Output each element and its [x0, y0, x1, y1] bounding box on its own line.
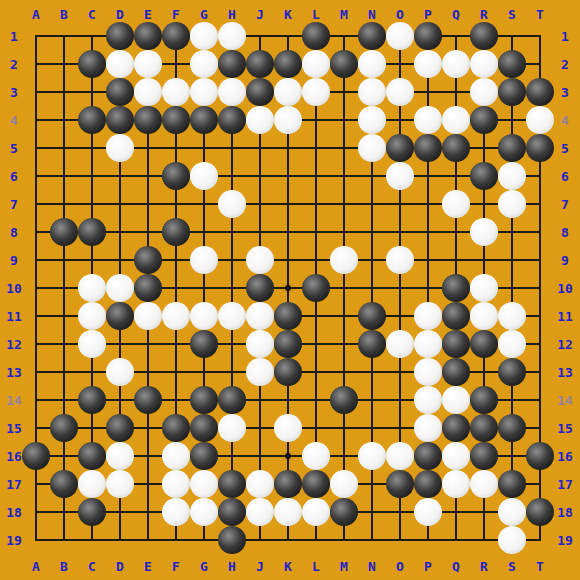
- star-point: [285, 285, 291, 291]
- white-stone: [386, 78, 414, 106]
- black-stone: [218, 498, 246, 526]
- black-stone: [106, 106, 134, 134]
- column-label-top: H: [228, 8, 236, 21]
- black-stone: [442, 302, 470, 330]
- white-stone: [414, 106, 442, 134]
- black-stone: [50, 470, 78, 498]
- white-stone: [190, 22, 218, 50]
- white-stone: [106, 134, 134, 162]
- white-stone: [78, 274, 106, 302]
- row-label-right: 9: [561, 254, 569, 267]
- black-stone: [246, 274, 274, 302]
- row-label-right: 1: [561, 30, 569, 43]
- black-stone: [106, 22, 134, 50]
- white-stone: [358, 78, 386, 106]
- white-stone: [470, 78, 498, 106]
- column-label-bottom: C: [88, 560, 96, 573]
- column-label-bottom: E: [144, 560, 152, 573]
- white-stone: [190, 470, 218, 498]
- white-stone: [442, 470, 470, 498]
- grid-line-vertical: [343, 35, 345, 541]
- go-board[interactable]: AABBCCDDEEFFGGHHJJKKLLMMNNOOPPQQRRSSTT11…: [0, 0, 580, 580]
- black-stone: [78, 386, 106, 414]
- black-stone: [358, 22, 386, 50]
- black-stone: [134, 106, 162, 134]
- row-label-right: 7: [561, 198, 569, 211]
- row-label-right: 5: [561, 142, 569, 155]
- white-stone: [78, 302, 106, 330]
- column-label-top: O: [396, 8, 404, 21]
- white-stone: [190, 78, 218, 106]
- white-stone: [526, 106, 554, 134]
- white-stone: [246, 498, 274, 526]
- black-stone: [218, 106, 246, 134]
- black-stone: [190, 330, 218, 358]
- black-stone: [498, 78, 526, 106]
- white-stone: [246, 330, 274, 358]
- column-label-bottom: M: [340, 560, 348, 573]
- black-stone: [78, 218, 106, 246]
- white-stone: [470, 218, 498, 246]
- black-stone: [526, 134, 554, 162]
- white-stone: [414, 386, 442, 414]
- white-stone: [246, 358, 274, 386]
- black-stone: [442, 330, 470, 358]
- row-label-left: 12: [6, 338, 22, 351]
- white-stone: [442, 106, 470, 134]
- white-stone: [106, 442, 134, 470]
- white-stone: [106, 470, 134, 498]
- black-stone: [50, 218, 78, 246]
- white-stone: [470, 50, 498, 78]
- white-stone: [246, 106, 274, 134]
- white-stone: [274, 78, 302, 106]
- row-label-right: 14: [557, 394, 573, 407]
- black-stone: [218, 50, 246, 78]
- black-stone: [274, 470, 302, 498]
- white-stone: [358, 106, 386, 134]
- white-stone: [358, 442, 386, 470]
- black-stone: [498, 134, 526, 162]
- column-label-bottom: P: [424, 560, 432, 573]
- row-label-right: 17: [557, 478, 573, 491]
- black-stone: [78, 498, 106, 526]
- column-label-bottom: G: [200, 560, 208, 573]
- white-stone: [134, 78, 162, 106]
- white-stone: [190, 498, 218, 526]
- white-stone: [134, 50, 162, 78]
- row-label-left: 4: [10, 114, 18, 127]
- grid-line-vertical: [511, 35, 513, 541]
- white-stone: [386, 246, 414, 274]
- white-stone: [274, 498, 302, 526]
- column-label-top: M: [340, 8, 348, 21]
- black-stone: [526, 498, 554, 526]
- white-stone: [106, 50, 134, 78]
- white-stone: [162, 470, 190, 498]
- white-stone: [498, 498, 526, 526]
- row-label-right: 19: [557, 534, 573, 547]
- column-label-top: P: [424, 8, 432, 21]
- white-stone: [386, 162, 414, 190]
- black-stone: [162, 106, 190, 134]
- column-label-top: L: [312, 8, 320, 21]
- row-label-left: 18: [6, 506, 22, 519]
- black-stone: [106, 78, 134, 106]
- white-stone: [498, 330, 526, 358]
- column-label-bottom: J: [256, 560, 264, 573]
- white-stone: [190, 50, 218, 78]
- white-stone: [330, 246, 358, 274]
- row-label-right: 16: [557, 450, 573, 463]
- black-stone: [134, 246, 162, 274]
- white-stone: [386, 22, 414, 50]
- white-stone: [218, 414, 246, 442]
- black-stone: [414, 470, 442, 498]
- row-label-left: 6: [10, 170, 18, 183]
- white-stone: [470, 274, 498, 302]
- black-stone: [442, 134, 470, 162]
- black-stone: [386, 134, 414, 162]
- column-label-top: N: [368, 8, 376, 21]
- black-stone: [218, 470, 246, 498]
- black-stone: [442, 358, 470, 386]
- column-label-top: E: [144, 8, 152, 21]
- white-stone: [246, 302, 274, 330]
- white-stone: [162, 442, 190, 470]
- white-stone: [302, 498, 330, 526]
- black-stone: [442, 274, 470, 302]
- column-label-bottom: D: [116, 560, 124, 573]
- white-stone: [218, 22, 246, 50]
- white-stone: [414, 330, 442, 358]
- column-label-bottom: Q: [452, 560, 460, 573]
- column-label-top: G: [200, 8, 208, 21]
- row-label-left: 1: [10, 30, 18, 43]
- grid-line-horizontal: [35, 539, 541, 541]
- white-stone: [358, 50, 386, 78]
- white-stone: [414, 414, 442, 442]
- black-stone: [302, 274, 330, 302]
- black-stone: [134, 22, 162, 50]
- row-label-left: 3: [10, 86, 18, 99]
- column-label-bottom: R: [480, 560, 488, 573]
- black-stone: [246, 78, 274, 106]
- black-stone: [162, 162, 190, 190]
- white-stone: [134, 302, 162, 330]
- black-stone: [162, 22, 190, 50]
- column-label-top: S: [508, 8, 516, 21]
- black-stone: [358, 330, 386, 358]
- black-stone: [442, 414, 470, 442]
- row-label-left: 11: [6, 310, 22, 323]
- white-stone: [302, 78, 330, 106]
- row-label-left: 2: [10, 58, 18, 71]
- white-stone: [386, 330, 414, 358]
- black-stone: [358, 302, 386, 330]
- column-label-bottom: A: [32, 560, 40, 573]
- row-label-right: 8: [561, 226, 569, 239]
- row-label-left: 5: [10, 142, 18, 155]
- white-stone: [274, 106, 302, 134]
- white-stone: [274, 414, 302, 442]
- white-stone: [442, 386, 470, 414]
- row-label-left: 7: [10, 198, 18, 211]
- white-stone: [414, 50, 442, 78]
- column-label-top: A: [32, 8, 40, 21]
- row-label-right: 12: [557, 338, 573, 351]
- column-label-top: B: [60, 8, 68, 21]
- column-label-bottom: N: [368, 560, 376, 573]
- white-stone: [414, 302, 442, 330]
- black-stone: [470, 106, 498, 134]
- column-label-top: K: [284, 8, 292, 21]
- column-label-bottom: O: [396, 560, 404, 573]
- white-stone: [190, 246, 218, 274]
- row-label-left: 16: [6, 450, 22, 463]
- black-stone: [330, 386, 358, 414]
- black-stone: [190, 106, 218, 134]
- column-label-bottom: L: [312, 560, 320, 573]
- white-stone: [498, 190, 526, 218]
- row-label-left: 13: [6, 366, 22, 379]
- white-stone: [218, 190, 246, 218]
- white-stone: [190, 162, 218, 190]
- white-stone: [162, 302, 190, 330]
- white-stone: [190, 302, 218, 330]
- star-point: [285, 453, 291, 459]
- column-label-bottom: S: [508, 560, 516, 573]
- black-stone: [302, 22, 330, 50]
- white-stone: [302, 50, 330, 78]
- white-stone: [442, 442, 470, 470]
- row-label-right: 18: [557, 506, 573, 519]
- row-label-left: 9: [10, 254, 18, 267]
- black-stone: [50, 414, 78, 442]
- black-stone: [414, 134, 442, 162]
- column-label-top: R: [480, 8, 488, 21]
- black-stone: [218, 386, 246, 414]
- white-stone: [302, 442, 330, 470]
- black-stone: [162, 414, 190, 442]
- row-label-right: 10: [557, 282, 573, 295]
- white-stone: [246, 470, 274, 498]
- black-stone: [470, 414, 498, 442]
- column-label-bottom: F: [172, 560, 180, 573]
- column-label-top: Q: [452, 8, 460, 21]
- white-stone: [498, 162, 526, 190]
- column-label-top: F: [172, 8, 180, 21]
- black-stone: [190, 386, 218, 414]
- black-stone: [498, 50, 526, 78]
- white-stone: [106, 358, 134, 386]
- black-stone: [274, 330, 302, 358]
- row-label-left: 15: [6, 422, 22, 435]
- column-label-top: C: [88, 8, 96, 21]
- black-stone: [22, 442, 50, 470]
- row-label-right: 4: [561, 114, 569, 127]
- black-stone: [498, 358, 526, 386]
- column-label-bottom: B: [60, 560, 68, 573]
- row-label-right: 2: [561, 58, 569, 71]
- row-label-left: 19: [6, 534, 22, 547]
- white-stone: [442, 50, 470, 78]
- black-stone: [470, 162, 498, 190]
- white-stone: [470, 470, 498, 498]
- row-label-left: 14: [6, 394, 22, 407]
- white-stone: [78, 470, 106, 498]
- column-label-top: D: [116, 8, 124, 21]
- row-label-right: 15: [557, 422, 573, 435]
- black-stone: [190, 442, 218, 470]
- black-stone: [78, 50, 106, 78]
- black-stone: [78, 106, 106, 134]
- black-stone: [162, 218, 190, 246]
- black-stone: [386, 470, 414, 498]
- black-stone: [218, 526, 246, 554]
- white-stone: [498, 526, 526, 554]
- white-stone: [162, 78, 190, 106]
- row-label-right: 3: [561, 86, 569, 99]
- black-stone: [134, 274, 162, 302]
- black-stone: [274, 302, 302, 330]
- black-stone: [470, 330, 498, 358]
- white-stone: [246, 246, 274, 274]
- white-stone: [330, 470, 358, 498]
- black-stone: [106, 302, 134, 330]
- black-stone: [414, 22, 442, 50]
- column-label-bottom: K: [284, 560, 292, 573]
- column-label-top: T: [536, 8, 544, 21]
- white-stone: [162, 498, 190, 526]
- black-stone: [330, 498, 358, 526]
- white-stone: [78, 330, 106, 358]
- column-label-bottom: H: [228, 560, 236, 573]
- black-stone: [78, 442, 106, 470]
- white-stone: [442, 190, 470, 218]
- white-stone: [218, 78, 246, 106]
- black-stone: [498, 470, 526, 498]
- black-stone: [190, 414, 218, 442]
- black-stone: [526, 442, 554, 470]
- black-stone: [414, 442, 442, 470]
- black-stone: [470, 442, 498, 470]
- black-stone: [246, 50, 274, 78]
- black-stone: [470, 22, 498, 50]
- white-stone: [414, 498, 442, 526]
- column-label-bottom: T: [536, 560, 544, 573]
- black-stone: [274, 50, 302, 78]
- white-stone: [414, 358, 442, 386]
- white-stone: [218, 302, 246, 330]
- white-stone: [386, 442, 414, 470]
- black-stone: [526, 78, 554, 106]
- black-stone: [106, 414, 134, 442]
- row-label-right: 6: [561, 170, 569, 183]
- row-label-left: 10: [6, 282, 22, 295]
- column-label-top: J: [256, 8, 264, 21]
- white-stone: [358, 134, 386, 162]
- row-label-right: 13: [557, 366, 573, 379]
- black-stone: [134, 386, 162, 414]
- white-stone: [470, 302, 498, 330]
- white-stone: [498, 302, 526, 330]
- black-stone: [498, 414, 526, 442]
- row-label-left: 17: [6, 478, 22, 491]
- row-label-right: 11: [557, 310, 573, 323]
- white-stone: [106, 274, 134, 302]
- black-stone: [274, 358, 302, 386]
- row-label-left: 8: [10, 226, 18, 239]
- black-stone: [302, 470, 330, 498]
- black-stone: [330, 50, 358, 78]
- black-stone: [470, 386, 498, 414]
